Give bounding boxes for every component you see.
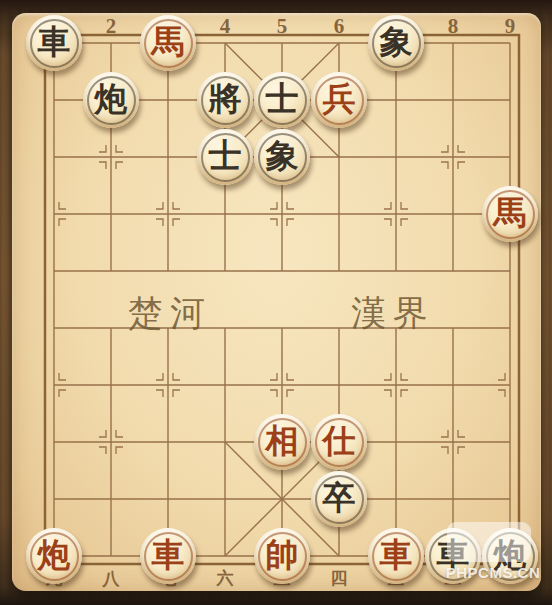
piece-black-advisor[interactable]: 士 xyxy=(254,72,310,128)
piece-glyph: 仕 xyxy=(323,425,356,458)
piece-black-elephant[interactable]: 象 xyxy=(254,129,310,185)
piece-glyph: 將 xyxy=(209,83,242,116)
piece-black-cannon[interactable]: 炮 xyxy=(83,72,139,128)
piece-glyph: 士 xyxy=(209,140,242,173)
piece-black-elephant[interactable]: 象 xyxy=(368,15,424,71)
piece-glyph: 車 xyxy=(38,26,71,59)
piece-red-cannon[interactable]: 炮 xyxy=(26,528,82,584)
piece-glyph: 炮 xyxy=(38,539,71,572)
watermark-text: PHPCMS.CN xyxy=(436,564,550,581)
piece-glyph: 車 xyxy=(380,539,413,572)
piece-glyph: 相 xyxy=(266,425,299,458)
piece-red-soldier[interactable]: 兵 xyxy=(311,72,367,128)
piece-red-horse[interactable]: 馬 xyxy=(140,15,196,71)
piece-glyph: 兵 xyxy=(323,83,356,116)
piece-glyph: 卒 xyxy=(323,482,356,515)
piece-red-horse[interactable]: 馬 xyxy=(482,186,538,242)
xiangqi-board[interactable]: 1 2 3 4 5 6 7 8 9 九 八 七 六 五 四 三 二 一 楚河 漢… xyxy=(12,13,541,591)
piece-glyph: 帥 xyxy=(266,539,299,572)
piece-black-advisor[interactable]: 士 xyxy=(197,129,253,185)
piece-red-chariot[interactable]: 車 xyxy=(140,528,196,584)
watermark-logo xyxy=(447,522,531,562)
piece-glyph: 炮 xyxy=(95,83,128,116)
piece-layer: 車馬象炮將士兵士象馬相仕卒炮車帥車車炮 xyxy=(26,15,539,585)
piece-black-soldier[interactable]: 卒 xyxy=(311,471,367,527)
piece-glyph: 士 xyxy=(266,83,299,116)
piece-glyph: 馬 xyxy=(152,26,185,59)
piece-glyph: 馬 xyxy=(494,197,527,230)
piece-red-elephant[interactable]: 相 xyxy=(254,414,310,470)
xiangqi-app-screen: 1 2 3 4 5 6 7 8 9 九 八 七 六 五 四 三 二 一 楚河 漢… xyxy=(0,0,552,605)
piece-black-chariot[interactable]: 車 xyxy=(26,15,82,71)
piece-glyph: 象 xyxy=(380,26,413,59)
piece-red-general[interactable]: 帥 xyxy=(254,528,310,584)
piece-red-advisor[interactable]: 仕 xyxy=(311,414,367,470)
piece-black-general[interactable]: 將 xyxy=(197,72,253,128)
piece-glyph: 象 xyxy=(266,140,299,173)
piece-red-chariot[interactable]: 車 xyxy=(368,528,424,584)
piece-glyph: 車 xyxy=(152,539,185,572)
